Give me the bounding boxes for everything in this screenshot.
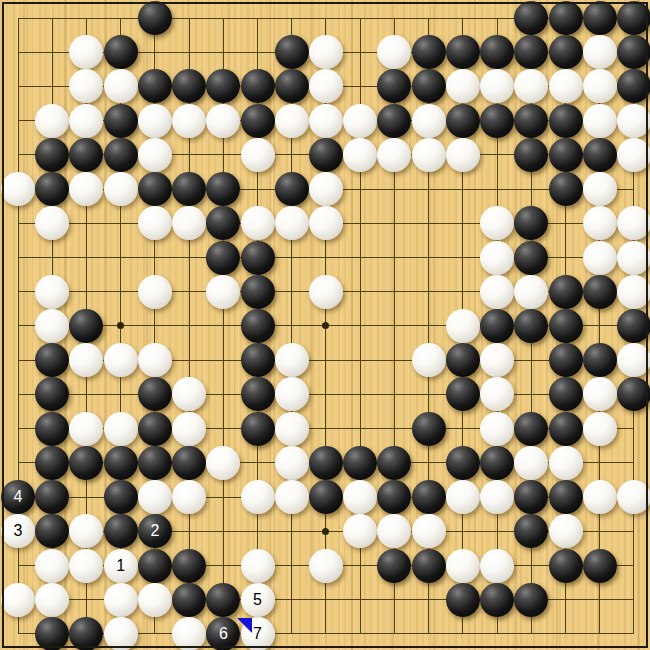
black-stone[interactable] <box>412 549 446 583</box>
white-stone[interactable] <box>104 617 138 650</box>
black-stone[interactable] <box>446 35 480 69</box>
white-stone[interactable] <box>138 138 172 172</box>
white-stone[interactable] <box>583 104 617 138</box>
white-stone[interactable] <box>549 446 583 480</box>
black-stone[interactable] <box>206 69 240 103</box>
black-stone[interactable] <box>35 480 69 514</box>
white-stone[interactable] <box>446 138 480 172</box>
white-stone[interactable] <box>35 104 69 138</box>
white-stone[interactable] <box>549 514 583 548</box>
black-stone[interactable] <box>241 412 275 446</box>
black-stone[interactable] <box>377 69 411 103</box>
white-stone[interactable] <box>514 69 548 103</box>
white-stone[interactable] <box>35 275 69 309</box>
white-stone[interactable] <box>69 549 103 583</box>
white-stone[interactable] <box>309 206 343 240</box>
white-stone[interactable] <box>514 446 548 480</box>
black-stone[interactable] <box>241 377 275 411</box>
black-stone[interactable] <box>206 172 240 206</box>
black-stone[interactable] <box>412 480 446 514</box>
black-stone[interactable] <box>241 104 275 138</box>
black-stone[interactable] <box>514 1 548 35</box>
black-stone[interactable] <box>172 69 206 103</box>
white-stone[interactable] <box>206 104 240 138</box>
white-stone[interactable] <box>275 480 309 514</box>
black-stone[interactable] <box>412 35 446 69</box>
black-stone[interactable] <box>138 172 172 206</box>
black-stone[interactable] <box>514 309 548 343</box>
white-stone[interactable] <box>549 69 583 103</box>
black-stone[interactable] <box>617 309 650 343</box>
white-stone[interactable] <box>172 412 206 446</box>
black-stone[interactable] <box>241 309 275 343</box>
white-stone[interactable] <box>138 275 172 309</box>
white-stone[interactable] <box>617 343 650 377</box>
white-stone[interactable] <box>275 446 309 480</box>
black-stone[interactable] <box>104 480 138 514</box>
black-stone[interactable] <box>343 446 377 480</box>
white-stone[interactable] <box>480 480 514 514</box>
black-stone[interactable] <box>549 104 583 138</box>
white-stone[interactable] <box>104 412 138 446</box>
white-stone[interactable] <box>480 343 514 377</box>
white-stone[interactable] <box>583 35 617 69</box>
black-stone[interactable] <box>514 583 548 617</box>
white-stone[interactable] <box>241 549 275 583</box>
grid-line-horizontal <box>18 394 634 395</box>
black-stone[interactable] <box>138 549 172 583</box>
black-stone[interactable] <box>549 549 583 583</box>
white-stone[interactable] <box>241 206 275 240</box>
black-stone[interactable] <box>480 446 514 480</box>
white-stone[interactable] <box>69 35 103 69</box>
black-stone[interactable] <box>172 446 206 480</box>
black-stone[interactable] <box>514 206 548 240</box>
black-stone[interactable] <box>446 104 480 138</box>
white-stone[interactable] <box>446 69 480 103</box>
white-stone[interactable] <box>1 514 35 548</box>
white-stone[interactable] <box>275 104 309 138</box>
black-stone[interactable] <box>241 275 275 309</box>
black-stone[interactable] <box>549 377 583 411</box>
black-stone[interactable] <box>617 35 650 69</box>
black-stone[interactable] <box>514 241 548 275</box>
black-stone[interactable] <box>35 343 69 377</box>
white-stone[interactable] <box>343 480 377 514</box>
black-stone[interactable] <box>206 583 240 617</box>
black-stone[interactable] <box>446 343 480 377</box>
white-stone[interactable] <box>583 480 617 514</box>
black-stone[interactable] <box>549 412 583 446</box>
black-stone[interactable] <box>514 514 548 548</box>
black-stone[interactable] <box>104 35 138 69</box>
white-stone[interactable] <box>377 514 411 548</box>
black-stone[interactable] <box>35 377 69 411</box>
black-stone[interactable] <box>514 138 548 172</box>
black-stone[interactable] <box>583 549 617 583</box>
white-stone[interactable] <box>446 549 480 583</box>
black-stone[interactable] <box>138 69 172 103</box>
black-stone[interactable] <box>104 514 138 548</box>
white-stone[interactable] <box>138 583 172 617</box>
white-stone[interactable] <box>480 69 514 103</box>
white-stone[interactable] <box>172 377 206 411</box>
black-stone[interactable] <box>138 514 172 548</box>
black-stone[interactable] <box>69 309 103 343</box>
white-stone[interactable] <box>138 104 172 138</box>
white-stone[interactable] <box>241 138 275 172</box>
black-stone[interactable] <box>617 377 650 411</box>
white-stone[interactable] <box>104 583 138 617</box>
white-stone[interactable] <box>480 241 514 275</box>
black-stone[interactable] <box>104 446 138 480</box>
white-stone[interactable] <box>69 104 103 138</box>
white-stone[interactable] <box>480 412 514 446</box>
black-stone[interactable] <box>104 104 138 138</box>
white-stone[interactable] <box>138 206 172 240</box>
black-stone[interactable] <box>549 35 583 69</box>
white-stone[interactable] <box>583 241 617 275</box>
black-stone[interactable] <box>514 480 548 514</box>
black-stone[interactable] <box>35 412 69 446</box>
black-stone[interactable] <box>377 104 411 138</box>
black-stone[interactable] <box>617 69 650 103</box>
go-board[interactable]: 1234567 <box>0 0 650 650</box>
black-stone[interactable] <box>583 275 617 309</box>
black-stone[interactable] <box>549 480 583 514</box>
black-stone[interactable] <box>138 446 172 480</box>
black-stone[interactable] <box>549 275 583 309</box>
white-stone[interactable] <box>446 309 480 343</box>
black-stone[interactable] <box>549 343 583 377</box>
white-stone[interactable] <box>617 275 650 309</box>
white-stone[interactable] <box>309 104 343 138</box>
black-stone[interactable] <box>480 583 514 617</box>
white-stone[interactable] <box>583 172 617 206</box>
black-stone[interactable] <box>1 480 35 514</box>
black-stone[interactable] <box>514 104 548 138</box>
black-stone[interactable] <box>309 138 343 172</box>
white-stone[interactable] <box>1 583 35 617</box>
hoshi-star-point <box>322 322 329 329</box>
black-stone[interactable] <box>583 1 617 35</box>
white-stone[interactable] <box>377 138 411 172</box>
white-stone[interactable] <box>412 138 446 172</box>
black-stone[interactable] <box>309 480 343 514</box>
white-stone[interactable] <box>35 549 69 583</box>
white-stone[interactable] <box>275 343 309 377</box>
black-stone[interactable] <box>549 138 583 172</box>
black-stone[interactable] <box>138 412 172 446</box>
black-stone[interactable] <box>172 583 206 617</box>
black-stone[interactable] <box>206 206 240 240</box>
black-stone[interactable] <box>69 138 103 172</box>
black-stone[interactable] <box>35 172 69 206</box>
white-stone[interactable] <box>138 343 172 377</box>
white-stone[interactable] <box>35 583 69 617</box>
black-stone[interactable] <box>35 617 69 650</box>
black-stone[interactable] <box>35 138 69 172</box>
black-stone[interactable] <box>549 309 583 343</box>
white-stone[interactable] <box>412 343 446 377</box>
white-stone[interactable] <box>617 480 650 514</box>
white-stone[interactable] <box>69 172 103 206</box>
white-stone[interactable] <box>480 549 514 583</box>
go-app-window: 1234567 <box>0 0 650 650</box>
white-stone[interactable] <box>104 343 138 377</box>
black-stone[interactable] <box>549 172 583 206</box>
white-stone[interactable] <box>241 480 275 514</box>
black-stone[interactable] <box>172 549 206 583</box>
white-stone[interactable] <box>480 377 514 411</box>
black-stone[interactable] <box>241 241 275 275</box>
hoshi-star-point <box>117 322 124 329</box>
black-stone[interactable] <box>309 446 343 480</box>
black-stone[interactable] <box>377 549 411 583</box>
black-stone[interactable] <box>446 446 480 480</box>
black-stone[interactable] <box>138 1 172 35</box>
white-stone[interactable] <box>104 549 138 583</box>
black-stone[interactable] <box>480 35 514 69</box>
white-stone[interactable] <box>309 275 343 309</box>
white-stone[interactable] <box>69 69 103 103</box>
white-stone[interactable] <box>309 69 343 103</box>
white-stone[interactable] <box>275 412 309 446</box>
white-stone[interactable] <box>377 35 411 69</box>
white-stone[interactable] <box>583 412 617 446</box>
white-stone[interactable] <box>35 309 69 343</box>
black-stone[interactable] <box>583 343 617 377</box>
white-stone[interactable] <box>172 480 206 514</box>
white-stone[interactable] <box>583 69 617 103</box>
white-stone[interactable] <box>343 514 377 548</box>
white-stone[interactable] <box>617 104 650 138</box>
black-stone[interactable] <box>377 446 411 480</box>
black-stone[interactable] <box>275 35 309 69</box>
black-stone[interactable] <box>206 617 240 650</box>
white-stone[interactable] <box>172 206 206 240</box>
black-stone[interactable] <box>514 35 548 69</box>
black-stone[interactable] <box>206 241 240 275</box>
white-stone[interactable] <box>309 35 343 69</box>
black-stone[interactable] <box>69 446 103 480</box>
white-stone[interactable] <box>206 446 240 480</box>
black-stone[interactable] <box>172 172 206 206</box>
white-stone[interactable] <box>309 172 343 206</box>
black-stone[interactable] <box>138 377 172 411</box>
black-stone[interactable] <box>480 309 514 343</box>
white-stone[interactable] <box>412 514 446 548</box>
white-stone[interactable] <box>104 172 138 206</box>
black-stone[interactable] <box>241 69 275 103</box>
black-stone[interactable] <box>617 1 650 35</box>
white-stone[interactable] <box>104 69 138 103</box>
white-stone[interactable] <box>617 241 650 275</box>
black-stone[interactable] <box>69 617 103 650</box>
white-stone[interactable] <box>69 412 103 446</box>
white-stone[interactable] <box>69 343 103 377</box>
white-stone[interactable] <box>35 206 69 240</box>
black-stone[interactable] <box>446 377 480 411</box>
black-stone[interactable] <box>275 69 309 103</box>
white-stone[interactable] <box>480 275 514 309</box>
white-stone[interactable] <box>172 617 206 650</box>
white-stone[interactable] <box>69 514 103 548</box>
black-stone[interactable] <box>412 412 446 446</box>
white-stone[interactable] <box>583 377 617 411</box>
white-stone[interactable] <box>343 104 377 138</box>
black-stone[interactable] <box>104 138 138 172</box>
black-stone[interactable] <box>549 1 583 35</box>
white-stone[interactable] <box>480 206 514 240</box>
black-stone[interactable] <box>480 104 514 138</box>
black-stone[interactable] <box>446 583 480 617</box>
black-stone[interactable] <box>583 138 617 172</box>
black-stone[interactable] <box>35 446 69 480</box>
white-stone[interactable] <box>343 138 377 172</box>
white-stone[interactable] <box>514 275 548 309</box>
black-stone[interactable] <box>35 514 69 548</box>
white-stone[interactable] <box>309 549 343 583</box>
white-stone[interactable] <box>172 104 206 138</box>
white-stone[interactable] <box>617 138 650 172</box>
white-stone[interactable] <box>275 377 309 411</box>
white-stone[interactable] <box>617 206 650 240</box>
hoshi-star-point <box>322 528 329 535</box>
black-stone[interactable] <box>514 412 548 446</box>
black-stone[interactable] <box>377 480 411 514</box>
white-stone[interactable] <box>1 172 35 206</box>
white-stone[interactable] <box>241 583 275 617</box>
black-stone[interactable] <box>241 343 275 377</box>
black-stone[interactable] <box>412 69 446 103</box>
white-stone[interactable] <box>446 480 480 514</box>
black-stone[interactable] <box>275 172 309 206</box>
white-stone[interactable] <box>206 275 240 309</box>
white-stone[interactable] <box>138 480 172 514</box>
white-stone[interactable] <box>583 206 617 240</box>
white-stone[interactable] <box>275 206 309 240</box>
white-stone[interactable] <box>412 104 446 138</box>
